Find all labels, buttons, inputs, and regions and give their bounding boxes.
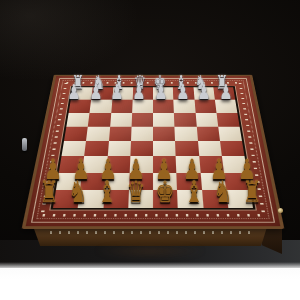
square-d5	[131, 127, 153, 141]
photo-background: ♜♞♝♛♚♝♞♜♟♟♟♟♟♟♟♟♟♟♟♟♟♟♟♟♜♞♝♛♚♝♞♜	[0, 0, 300, 268]
square-c3	[106, 156, 130, 172]
square-f1	[177, 190, 203, 208]
square-d1	[128, 190, 153, 208]
square-a6	[66, 113, 89, 127]
square-d7	[132, 100, 153, 113]
square-a7	[69, 100, 92, 113]
case-latch-left	[22, 138, 27, 151]
board-grid	[53, 87, 253, 208]
square-e7	[153, 100, 174, 113]
square-b4	[84, 141, 108, 156]
inlay-dots-top	[66, 82, 239, 84]
square-d6	[131, 113, 153, 127]
square-b3	[82, 156, 107, 172]
square-g1	[202, 190, 229, 208]
box-inlay-dots	[50, 231, 250, 234]
square-e6	[153, 113, 175, 127]
square-g7	[194, 100, 216, 113]
square-f2	[177, 173, 202, 190]
square-d3	[129, 156, 153, 172]
square-b7	[90, 100, 112, 113]
square-h4	[220, 141, 245, 156]
photo-white-margin	[0, 262, 300, 300]
square-f5	[175, 127, 198, 141]
square-g6	[195, 113, 218, 127]
square-a2	[56, 173, 82, 190]
square-d4	[130, 141, 153, 156]
square-c1	[103, 190, 129, 208]
square-a3	[59, 156, 85, 172]
square-b8	[91, 87, 113, 99]
square-h7	[215, 100, 238, 113]
square-h1	[226, 190, 253, 208]
square-b1	[78, 190, 105, 208]
square-g8	[193, 87, 215, 99]
square-e8	[153, 87, 174, 99]
square-c2	[104, 173, 129, 190]
square-a5	[64, 127, 88, 141]
chess-box-top	[22, 75, 285, 229]
square-g5	[196, 127, 219, 141]
square-f6	[174, 113, 196, 127]
square-g3	[199, 156, 224, 172]
square-c7	[111, 100, 133, 113]
square-h8	[213, 87, 235, 99]
square-b2	[80, 173, 106, 190]
square-g2	[200, 173, 226, 190]
case-hinge-right	[278, 208, 283, 213]
square-a4	[61, 141, 86, 156]
square-e3	[153, 156, 177, 172]
board-frame-inner	[50, 86, 255, 209]
square-a8	[71, 87, 93, 99]
table-reflection	[70, 246, 230, 262]
square-e5	[153, 127, 175, 141]
square-f4	[175, 141, 199, 156]
square-f7	[174, 100, 196, 113]
inlay-dots-bottom	[42, 214, 263, 217]
square-h6	[216, 113, 239, 127]
square-f8	[173, 87, 194, 99]
square-b6	[88, 113, 111, 127]
square-a1	[53, 190, 80, 208]
square-b5	[86, 127, 109, 141]
square-c8	[112, 87, 133, 99]
square-h5	[218, 127, 242, 141]
square-c6	[110, 113, 132, 127]
square-c5	[109, 127, 132, 141]
square-e4	[153, 141, 176, 156]
square-d8	[132, 87, 153, 99]
square-d2	[129, 173, 153, 190]
square-h3	[222, 156, 248, 172]
square-f3	[176, 156, 200, 172]
square-h2	[224, 173, 250, 190]
square-e2	[153, 173, 177, 190]
square-e1	[153, 190, 178, 208]
square-g4	[198, 141, 222, 156]
square-c4	[107, 141, 131, 156]
